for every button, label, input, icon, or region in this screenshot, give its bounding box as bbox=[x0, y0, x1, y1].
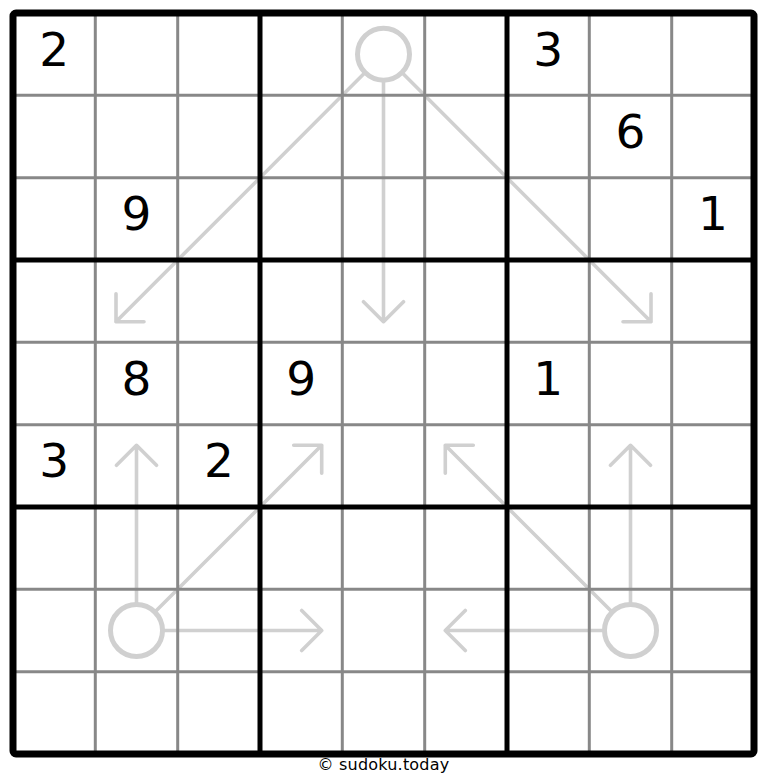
copyright-text: © sudoku.today bbox=[0, 755, 767, 774]
given-digit: 8 bbox=[122, 351, 152, 406]
cell-r6c4[interactable] bbox=[260, 425, 342, 507]
cell-r4c4[interactable] bbox=[260, 260, 342, 342]
cell-r8c7[interactable] bbox=[507, 589, 589, 671]
cell-r2c2[interactable] bbox=[95, 95, 177, 177]
cell-r5c8[interactable] bbox=[589, 342, 671, 424]
cell-r5c3[interactable] bbox=[178, 342, 260, 424]
cell-r3c5[interactable] bbox=[342, 178, 424, 260]
cell-r8c4[interactable] bbox=[260, 589, 342, 671]
cell-r8c2[interactable] bbox=[95, 589, 177, 671]
cell-r5c6[interactable] bbox=[425, 342, 507, 424]
cell-r9c1[interactable] bbox=[13, 672, 95, 754]
cell-r7c7[interactable] bbox=[507, 507, 589, 589]
cell-r8c5[interactable] bbox=[342, 589, 424, 671]
cell-r3c6[interactable] bbox=[425, 178, 507, 260]
cell-r9c8[interactable] bbox=[589, 672, 671, 754]
given-digit: 1 bbox=[698, 186, 728, 241]
cell-r2c6[interactable] bbox=[425, 95, 507, 177]
cell-r5c4[interactable]: 9 bbox=[260, 342, 342, 424]
cell-r2c9[interactable] bbox=[672, 95, 754, 177]
cell-r1c5[interactable] bbox=[342, 13, 424, 95]
cell-r8c3[interactable] bbox=[178, 589, 260, 671]
cell-r7c4[interactable] bbox=[260, 507, 342, 589]
given-digit: 9 bbox=[286, 351, 316, 406]
given-digit: 6 bbox=[616, 104, 646, 159]
cell-r9c5[interactable] bbox=[342, 672, 424, 754]
cell-r7c9[interactable] bbox=[672, 507, 754, 589]
cell-r6c5[interactable] bbox=[342, 425, 424, 507]
cell-r5c5[interactable] bbox=[342, 342, 424, 424]
cell-r5c1[interactable] bbox=[13, 342, 95, 424]
cell-r3c2[interactable]: 9 bbox=[95, 178, 177, 260]
cell-r9c7[interactable] bbox=[507, 672, 589, 754]
given-digit: 2 bbox=[204, 433, 234, 488]
cell-r2c7[interactable] bbox=[507, 95, 589, 177]
cell-r4c6[interactable] bbox=[425, 260, 507, 342]
cell-r1c2[interactable] bbox=[95, 13, 177, 95]
cell-r5c7[interactable]: 1 bbox=[507, 342, 589, 424]
cell-r6c2[interactable] bbox=[95, 425, 177, 507]
cell-r2c4[interactable] bbox=[260, 95, 342, 177]
cell-r4c5[interactable] bbox=[342, 260, 424, 342]
cell-r9c4[interactable] bbox=[260, 672, 342, 754]
cell-r4c2[interactable] bbox=[95, 260, 177, 342]
cell-r7c8[interactable] bbox=[589, 507, 671, 589]
cell-r1c6[interactable] bbox=[425, 13, 507, 95]
cell-r4c7[interactable] bbox=[507, 260, 589, 342]
cell-r9c3[interactable] bbox=[178, 672, 260, 754]
cell-r9c9[interactable] bbox=[672, 672, 754, 754]
cell-r3c9[interactable]: 1 bbox=[672, 178, 754, 260]
cells-grid: 2369189132 bbox=[13, 13, 754, 754]
cell-r7c1[interactable] bbox=[13, 507, 95, 589]
cell-r6c9[interactable] bbox=[672, 425, 754, 507]
cell-r1c1[interactable]: 2 bbox=[13, 13, 95, 95]
cell-r6c8[interactable] bbox=[589, 425, 671, 507]
given-digit: 1 bbox=[533, 351, 563, 406]
cell-r6c3[interactable]: 2 bbox=[178, 425, 260, 507]
cell-r3c4[interactable] bbox=[260, 178, 342, 260]
cell-r1c7[interactable]: 3 bbox=[507, 13, 589, 95]
given-digit: 3 bbox=[533, 22, 563, 77]
cell-r7c5[interactable] bbox=[342, 507, 424, 589]
cell-r9c6[interactable] bbox=[425, 672, 507, 754]
cell-r8c1[interactable] bbox=[13, 589, 95, 671]
cell-r1c8[interactable] bbox=[589, 13, 671, 95]
cell-r1c4[interactable] bbox=[260, 13, 342, 95]
cell-r7c3[interactable] bbox=[178, 507, 260, 589]
cell-r4c8[interactable] bbox=[589, 260, 671, 342]
cell-r2c3[interactable] bbox=[178, 95, 260, 177]
cell-r8c6[interactable] bbox=[425, 589, 507, 671]
cell-r3c1[interactable] bbox=[13, 178, 95, 260]
cell-r8c8[interactable] bbox=[589, 589, 671, 671]
cell-r7c6[interactable] bbox=[425, 507, 507, 589]
cell-r3c8[interactable] bbox=[589, 178, 671, 260]
cell-r4c1[interactable] bbox=[13, 260, 95, 342]
cell-r2c5[interactable] bbox=[342, 95, 424, 177]
given-digit: 3 bbox=[39, 433, 69, 488]
cell-r6c6[interactable] bbox=[425, 425, 507, 507]
cell-r3c7[interactable] bbox=[507, 178, 589, 260]
cell-r2c8[interactable]: 6 bbox=[589, 95, 671, 177]
given-digit: 9 bbox=[122, 186, 152, 241]
cell-r3c3[interactable] bbox=[178, 178, 260, 260]
cell-r5c2[interactable]: 8 bbox=[95, 342, 177, 424]
cell-r7c2[interactable] bbox=[95, 507, 177, 589]
cell-r6c1[interactable]: 3 bbox=[13, 425, 95, 507]
cell-r4c3[interactable] bbox=[178, 260, 260, 342]
cell-r1c9[interactable] bbox=[672, 13, 754, 95]
cell-r2c1[interactable] bbox=[13, 95, 95, 177]
sudoku-puzzle-page: 2369189132 © sudoku.today bbox=[0, 0, 767, 777]
cell-r1c3[interactable] bbox=[178, 13, 260, 95]
cell-r5c9[interactable] bbox=[672, 342, 754, 424]
cell-r9c2[interactable] bbox=[95, 672, 177, 754]
cell-r8c9[interactable] bbox=[672, 589, 754, 671]
given-digit: 2 bbox=[39, 22, 69, 77]
cell-r4c9[interactable] bbox=[672, 260, 754, 342]
cell-r6c7[interactable] bbox=[507, 425, 589, 507]
